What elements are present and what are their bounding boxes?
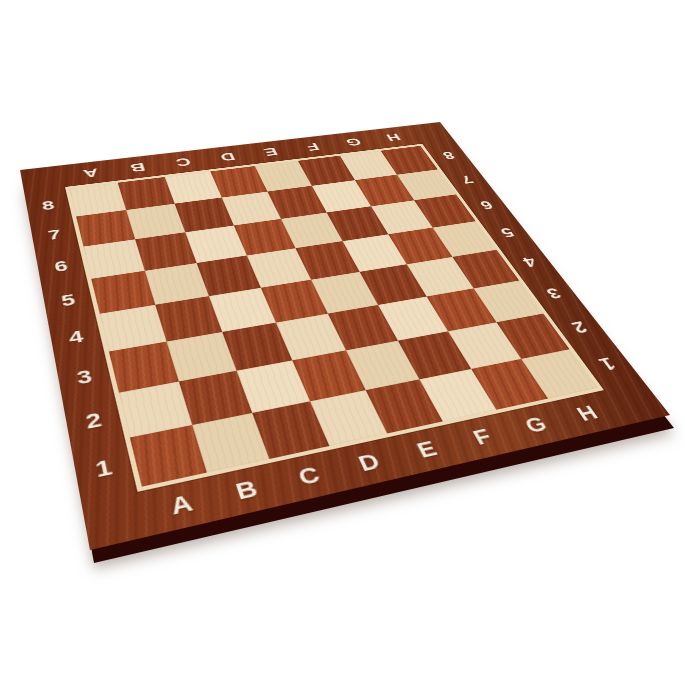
rank-label-left-5: 5 bbox=[59, 290, 76, 310]
rank-label-right-3: 3 bbox=[542, 284, 565, 303]
rank-label-right-4: 4 bbox=[518, 253, 540, 270]
rank-label-left-6: 6 bbox=[53, 257, 70, 276]
file-label-top-e: E bbox=[261, 145, 280, 159]
file-label-top-h: H bbox=[383, 131, 403, 144]
file-label-top-f: F bbox=[303, 140, 321, 153]
rank-label-left-3: 3 bbox=[75, 365, 94, 389]
file-label-bottom-h: H bbox=[572, 401, 603, 426]
file-label-bottom-f: F bbox=[469, 424, 497, 450]
rank-label-right-2: 2 bbox=[567, 317, 592, 337]
file-label-top-g: G bbox=[343, 135, 364, 148]
rank-label-left-7: 7 bbox=[46, 226, 62, 243]
file-label-bottom-a: A bbox=[168, 489, 196, 521]
file-label-top-c: C bbox=[173, 155, 192, 169]
file-label-top-a: A bbox=[81, 165, 99, 180]
rank-label-left-2: 2 bbox=[83, 408, 103, 434]
rank-label-left-1: 1 bbox=[93, 454, 114, 483]
rank-label-right-7: 7 bbox=[457, 172, 476, 186]
rank-label-left-4: 4 bbox=[67, 326, 85, 348]
board-squares bbox=[65, 144, 604, 492]
file-label-top-d: D bbox=[218, 150, 237, 164]
file-label-bottom-c: C bbox=[295, 462, 324, 492]
file-label-bottom-e: E bbox=[413, 436, 442, 463]
rank-label-left-8: 8 bbox=[40, 198, 55, 214]
file-label-bottom-d: D bbox=[355, 449, 385, 478]
photo-background: AABBCCDDEEFFGGHH8877665544332211 bbox=[0, 0, 685, 685]
file-label-top-b: B bbox=[128, 160, 147, 175]
rank-label-right-8: 8 bbox=[439, 149, 457, 162]
file-label-bottom-g: G bbox=[520, 412, 552, 438]
file-label-bottom-b: B bbox=[232, 475, 261, 506]
rank-label-right-6: 6 bbox=[476, 197, 496, 212]
rank-label-right-1: 1 bbox=[594, 352, 620, 374]
chessboard: AABBCCDDEEFFGGHH8877665544332211 bbox=[20, 122, 670, 550]
rank-label-right-5: 5 bbox=[496, 224, 517, 240]
